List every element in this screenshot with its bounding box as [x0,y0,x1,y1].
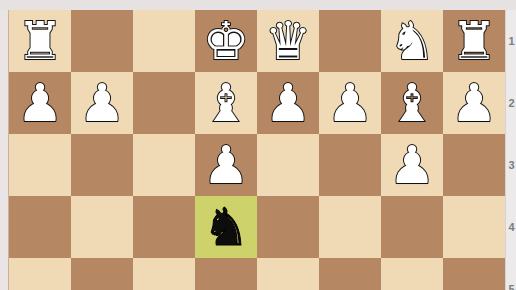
square-e3[interactable]: ♟ [195,134,257,196]
square-e5[interactable] [195,258,257,290]
rank-label-1: 1 [506,35,516,47]
square-a1[interactable]: ♜ [443,10,505,72]
white-bishop-b2[interactable]: ♝ [389,72,436,134]
white-pawn-e3[interactable]: ♟ [203,134,250,196]
square-c4[interactable] [319,196,381,258]
square-a5[interactable] [443,258,505,290]
white-rook-h1[interactable]: ♜ [17,10,64,72]
square-c5[interactable] [319,258,381,290]
square-d1[interactable]: ♛ [257,10,319,72]
white-pawn-d2[interactable]: ♟ [265,72,312,134]
square-d5[interactable] [257,258,319,290]
square-h2[interactable]: ♟ [9,72,71,134]
white-pawn-a2[interactable]: ♟ [451,72,498,134]
square-d4[interactable] [257,196,319,258]
white-pawn-b3[interactable]: ♟ [389,134,436,196]
square-d3[interactable] [257,134,319,196]
top-ui-strip [0,0,516,10]
square-h4[interactable] [9,196,71,258]
square-g3[interactable] [71,134,133,196]
square-c2[interactable]: ♟ [319,72,381,134]
chess-app-screen: ♜♚♛♞♜♟♟♝♟♟♝♟♟♟♞ 12345 [0,0,516,290]
rank-label-3: 3 [506,159,516,171]
square-a3[interactable] [443,134,505,196]
white-pawn-h2[interactable]: ♟ [17,72,64,134]
square-f1[interactable] [133,10,195,72]
white-rook-a1[interactable]: ♜ [451,10,498,72]
square-e1[interactable]: ♚ [195,10,257,72]
white-pawn-g2[interactable]: ♟ [79,72,126,134]
square-b5[interactable] [381,258,443,290]
square-b2[interactable]: ♝ [381,72,443,134]
rank-label-2: 2 [506,97,516,109]
square-b1[interactable]: ♞ [381,10,443,72]
rank-coordinate-rail: 12345 [505,10,516,290]
square-h3[interactable] [9,134,71,196]
square-f2[interactable] [133,72,195,134]
white-king-e1[interactable]: ♚ [203,10,250,72]
square-c3[interactable] [319,134,381,196]
square-g2[interactable]: ♟ [71,72,133,134]
square-h1[interactable]: ♜ [9,10,71,72]
rank-label-5: 5 [506,283,516,290]
square-c1[interactable] [319,10,381,72]
white-pawn-c2[interactable]: ♟ [327,72,374,134]
square-e4[interactable]: ♞ [195,196,257,258]
board-grid: ♜♚♛♞♜♟♟♝♟♟♝♟♟♟♞ [9,10,505,290]
chess-board: ♜♚♛♞♜♟♟♝♟♟♝♟♟♟♞ [9,10,505,290]
square-g4[interactable] [71,196,133,258]
rank-label-4: 4 [506,221,516,233]
square-a2[interactable]: ♟ [443,72,505,134]
white-knight-b1[interactable]: ♞ [389,10,436,72]
square-d2[interactable]: ♟ [257,72,319,134]
square-f4[interactable] [133,196,195,258]
square-a4[interactable] [443,196,505,258]
black-knight-e4[interactable]: ♞ [203,196,250,258]
left-ui-strip [0,10,9,290]
square-e2[interactable]: ♝ [195,72,257,134]
square-g1[interactable] [71,10,133,72]
white-queen-d1[interactable]: ♛ [265,10,312,72]
square-h5[interactable] [9,258,71,290]
square-b4[interactable] [381,196,443,258]
white-bishop-e2[interactable]: ♝ [203,72,250,134]
square-g5[interactable] [71,258,133,290]
square-f5[interactable] [133,258,195,290]
square-b3[interactable]: ♟ [381,134,443,196]
square-f3[interactable] [133,134,195,196]
